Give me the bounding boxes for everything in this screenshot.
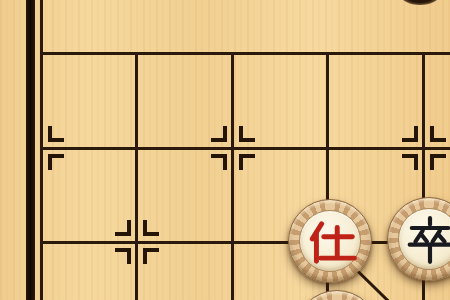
point-marker-corner (430, 154, 446, 170)
piece-red-advisor[interactable] (288, 199, 372, 283)
board-border-line (26, 0, 35, 300)
piece-black-soldier[interactable] (387, 197, 450, 281)
point-marker-corner (402, 154, 418, 170)
soldier-glyph (404, 214, 450, 266)
point-marker-corner (143, 220, 159, 236)
point-marker-corner (115, 220, 131, 236)
advisor-glyph (305, 216, 357, 268)
point-marker-corner (402, 126, 418, 142)
point-marker-corner (211, 126, 227, 142)
xiangqi-board[interactable] (0, 0, 450, 300)
point-marker-corner (48, 126, 64, 142)
rank-line-1 (40, 147, 450, 150)
rank-line-0 (40, 52, 450, 55)
point-marker-corner (239, 154, 255, 170)
point-marker-corner (239, 126, 255, 142)
piece-unknown-unidentified[interactable] (295, 290, 379, 300)
offscreen-piece-shadow (400, 0, 440, 5)
point-marker-corner (211, 154, 227, 170)
point-marker-corner (48, 154, 64, 170)
point-marker-corner (143, 248, 159, 264)
point-marker-corner (115, 248, 131, 264)
file-line-a (40, 0, 43, 300)
palace-diagonal (0, 0, 450, 300)
file-line-b (135, 52, 138, 300)
point-marker-corner (430, 126, 446, 142)
file-line-c (231, 52, 234, 300)
